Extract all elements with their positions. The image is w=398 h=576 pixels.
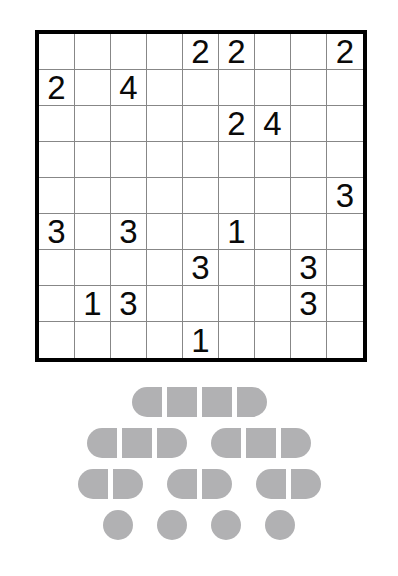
clue-cell-r1c5: 2 <box>183 34 219 70</box>
cell-r7c1[interactable] <box>39 250 75 286</box>
cell-r4c1[interactable] <box>39 142 75 178</box>
ship-segment-icon <box>211 428 241 458</box>
ship-segment-icon <box>103 510 133 540</box>
cell-r4c2[interactable] <box>75 142 111 178</box>
clue-cell-r1c9: 2 <box>327 34 363 70</box>
cell-r5c8[interactable] <box>291 178 327 214</box>
cell-r6c4[interactable] <box>147 214 183 250</box>
clue-cell-r6c1: 3 <box>39 214 75 250</box>
cell-r8c7[interactable] <box>255 286 291 322</box>
ship-segment-icon <box>87 428 117 458</box>
clue-cell-r7c8: 3 <box>291 250 327 286</box>
puzzle-page: 22224243331331331 <box>0 0 398 576</box>
cell-r1c1[interactable] <box>39 34 75 70</box>
cell-r2c9[interactable] <box>327 70 363 106</box>
cell-r2c4[interactable] <box>147 70 183 106</box>
cell-r7c9[interactable] <box>327 250 363 286</box>
cell-r3c1[interactable] <box>39 106 75 142</box>
cell-r3c5[interactable] <box>183 106 219 142</box>
ship-segment-icon <box>132 387 162 417</box>
cell-r9c3[interactable] <box>111 322 147 358</box>
ship-segment-icon <box>291 469 321 499</box>
cell-r1c8[interactable] <box>291 34 327 70</box>
ship-4 <box>132 387 267 417</box>
clue-cell-r3c7: 4 <box>255 106 291 142</box>
cell-r4c8[interactable] <box>291 142 327 178</box>
cell-r1c2[interactable] <box>75 34 111 70</box>
ship-segment-icon <box>78 469 108 499</box>
cell-r3c2[interactable] <box>75 106 111 142</box>
cell-r5c3[interactable] <box>111 178 147 214</box>
cell-r9c7[interactable] <box>255 322 291 358</box>
cell-r9c8[interactable] <box>291 322 327 358</box>
cell-r5c1[interactable] <box>39 178 75 214</box>
cell-r6c2[interactable] <box>75 214 111 250</box>
clue-cell-r8c8: 3 <box>291 286 327 322</box>
cell-r6c7[interactable] <box>255 214 291 250</box>
fleet-legend <box>0 387 398 540</box>
ship-segment-icon <box>167 469 197 499</box>
cell-r6c8[interactable] <box>291 214 327 250</box>
cell-r2c5[interactable] <box>183 70 219 106</box>
cell-r5c4[interactable] <box>147 178 183 214</box>
ship-segment-icon <box>265 510 295 540</box>
cell-r8c6[interactable] <box>219 286 255 322</box>
cell-r6c9[interactable] <box>327 214 363 250</box>
clue-cell-r8c2: 1 <box>75 286 111 322</box>
cell-r3c9[interactable] <box>327 106 363 142</box>
cell-r5c2[interactable] <box>75 178 111 214</box>
ship-segment-icon <box>211 510 241 540</box>
cell-r8c1[interactable] <box>39 286 75 322</box>
ship-segment-icon <box>157 510 187 540</box>
ship-segment-icon <box>246 428 276 458</box>
cell-r4c3[interactable] <box>111 142 147 178</box>
cell-r9c2[interactable] <box>75 322 111 358</box>
cell-r9c4[interactable] <box>147 322 183 358</box>
ship-3 <box>211 428 311 458</box>
ship-2 <box>167 469 232 499</box>
cell-r2c8[interactable] <box>291 70 327 106</box>
clue-cell-r7c5: 3 <box>183 250 219 286</box>
cell-r4c9[interactable] <box>327 142 363 178</box>
cell-r8c9[interactable] <box>327 286 363 322</box>
cell-r3c8[interactable] <box>291 106 327 142</box>
clue-cell-r1c6: 2 <box>219 34 255 70</box>
cell-r9c6[interactable] <box>219 322 255 358</box>
cell-r4c4[interactable] <box>147 142 183 178</box>
ship-segment-icon <box>237 387 267 417</box>
cell-r7c4[interactable] <box>147 250 183 286</box>
cell-r1c7[interactable] <box>255 34 291 70</box>
cell-r5c7[interactable] <box>255 178 291 214</box>
ship-segment-icon <box>202 387 232 417</box>
cell-r3c3[interactable] <box>111 106 147 142</box>
cell-r8c4[interactable] <box>147 286 183 322</box>
cell-r9c9[interactable] <box>327 322 363 358</box>
battleships-grid: 22224243331331331 <box>35 30 367 362</box>
cell-r7c7[interactable] <box>255 250 291 286</box>
ship-3 <box>87 428 187 458</box>
cell-r2c6[interactable] <box>219 70 255 106</box>
ship-segment-icon <box>167 387 197 417</box>
cell-r4c7[interactable] <box>255 142 291 178</box>
cell-r5c5[interactable] <box>183 178 219 214</box>
clue-cell-r5c9: 3 <box>327 178 363 214</box>
fleet-row <box>132 387 267 417</box>
cell-r9c1[interactable] <box>39 322 75 358</box>
ship-1 <box>157 510 187 540</box>
clue-cell-r2c3: 4 <box>111 70 147 106</box>
cell-r5c6[interactable] <box>219 178 255 214</box>
clue-cell-r9c5: 1 <box>183 322 219 358</box>
cell-r7c3[interactable] <box>111 250 147 286</box>
cell-r8c5[interactable] <box>183 286 219 322</box>
cell-r1c3[interactable] <box>111 34 147 70</box>
clue-cell-r2c1: 2 <box>39 70 75 106</box>
cell-r4c5[interactable] <box>183 142 219 178</box>
ship-2 <box>78 469 143 499</box>
ship-segment-icon <box>122 428 152 458</box>
cell-r6c5[interactable] <box>183 214 219 250</box>
clue-cell-r6c6: 1 <box>219 214 255 250</box>
ship-1 <box>103 510 133 540</box>
cell-r7c2[interactable] <box>75 250 111 286</box>
fleet-row <box>78 469 321 499</box>
ship-segment-icon <box>113 469 143 499</box>
cell-r7c6[interactable] <box>219 250 255 286</box>
ship-segment-icon <box>157 428 187 458</box>
clue-cell-r6c3: 3 <box>111 214 147 250</box>
fleet-row <box>103 510 295 540</box>
ship-2 <box>256 469 321 499</box>
cell-r1c4[interactable] <box>147 34 183 70</box>
ship-segment-icon <box>281 428 311 458</box>
cell-r3c4[interactable] <box>147 106 183 142</box>
cell-r4c6[interactable] <box>219 142 255 178</box>
ship-segment-icon <box>256 469 286 499</box>
clue-cell-r3c6: 2 <box>219 106 255 142</box>
ship-1 <box>211 510 241 540</box>
cell-r2c2[interactable] <box>75 70 111 106</box>
clue-cell-r8c3: 3 <box>111 286 147 322</box>
ship-1 <box>265 510 295 540</box>
ship-segment-icon <box>202 469 232 499</box>
fleet-row <box>87 428 311 458</box>
cell-r2c7[interactable] <box>255 70 291 106</box>
